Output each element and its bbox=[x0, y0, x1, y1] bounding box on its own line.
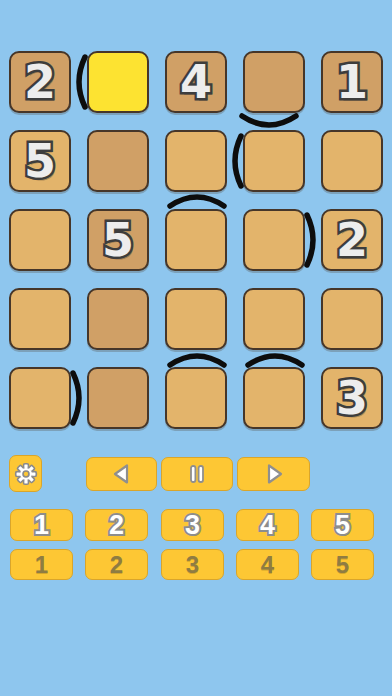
futoshiki-app: 22 44 11 55 55 22 33 bbox=[0, 0, 392, 696]
cell-r1c5[interactable]: 11 bbox=[321, 51, 383, 113]
cell-r3c3[interactable] bbox=[165, 209, 227, 271]
cell-r1c2[interactable] bbox=[87, 51, 149, 113]
number-button-5[interactable]: 55 bbox=[311, 509, 374, 541]
gear-icon bbox=[13, 461, 39, 487]
cell-r2c3[interactable] bbox=[165, 130, 227, 192]
cell-r5c2[interactable] bbox=[87, 367, 149, 429]
cell-r4c5[interactable] bbox=[321, 288, 383, 350]
cell-r4c3[interactable] bbox=[165, 288, 227, 350]
cell-r3c1[interactable] bbox=[9, 209, 71, 271]
number-button-4[interactable]: 44 bbox=[236, 509, 299, 541]
cell-r5c1[interactable] bbox=[9, 367, 71, 429]
cell-r1c4[interactable] bbox=[243, 51, 305, 113]
cell-r2c1[interactable]: 55 bbox=[9, 130, 71, 192]
pause-icon bbox=[185, 462, 209, 486]
cell-r1c3[interactable]: 44 bbox=[165, 51, 227, 113]
cell-r1c1[interactable]: 22 bbox=[9, 51, 71, 113]
cell-value: 44 bbox=[180, 59, 212, 105]
cell-value: 55 bbox=[102, 217, 134, 263]
pencil-button-3[interactable]: 3 bbox=[161, 549, 224, 580]
cell-value: 22 bbox=[336, 217, 368, 263]
triangle-right-icon bbox=[262, 462, 286, 486]
cell-r5c3[interactable] bbox=[165, 367, 227, 429]
pencil-button-4[interactable]: 4 bbox=[236, 549, 299, 580]
triangle-left-icon bbox=[110, 462, 134, 486]
puzzle-board: 22 44 11 55 55 22 33 bbox=[9, 51, 383, 429]
pencil-button-5[interactable]: 5 bbox=[311, 549, 374, 580]
cell-r2c5[interactable] bbox=[321, 130, 383, 192]
number-button-3[interactable]: 33 bbox=[161, 509, 224, 541]
cell-r3c4[interactable] bbox=[243, 209, 305, 271]
forward-button[interactable] bbox=[237, 457, 310, 491]
back-button[interactable] bbox=[86, 457, 157, 491]
number-button-2[interactable]: 22 bbox=[85, 509, 148, 541]
cell-r3c5[interactable]: 22 bbox=[321, 209, 383, 271]
cell-r4c4[interactable] bbox=[243, 288, 305, 350]
cell-value: 55 bbox=[24, 138, 56, 184]
cell-value: 33 bbox=[336, 375, 368, 421]
cell-r4c2[interactable] bbox=[87, 288, 149, 350]
cell-r3c2[interactable]: 55 bbox=[87, 209, 149, 271]
cell-value: 22 bbox=[24, 59, 56, 105]
cell-r2c2[interactable] bbox=[87, 130, 149, 192]
cell-r5c4[interactable] bbox=[243, 367, 305, 429]
settings-button[interactable] bbox=[9, 455, 42, 492]
cell-r5c5[interactable]: 33 bbox=[321, 367, 383, 429]
cell-r4c1[interactable] bbox=[9, 288, 71, 350]
pencil-button-2[interactable]: 2 bbox=[85, 549, 148, 580]
cell-value: 11 bbox=[336, 59, 368, 105]
pencil-button-1[interactable]: 1 bbox=[10, 549, 73, 580]
cell-r2c4[interactable] bbox=[243, 130, 305, 192]
pause-button[interactable] bbox=[161, 457, 233, 491]
number-button-1[interactable]: 11 bbox=[10, 509, 73, 541]
